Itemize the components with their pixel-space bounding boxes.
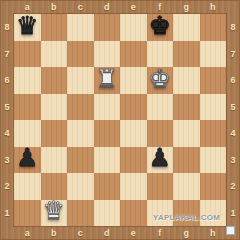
square-d4[interactable]	[94, 120, 121, 147]
piece-black-pawn[interactable]: ♟	[149, 145, 171, 171]
rank-label-5: 5	[0, 94, 14, 121]
file-labels-top: abcdefgh	[14, 0, 226, 14]
rank-label-3: 3	[226, 147, 240, 174]
square-d5[interactable]	[94, 94, 121, 121]
chess-board-frame: abcdefgh abcdefgh 87654321 87654321 ♛♚♜♚…	[0, 0, 240, 240]
square-c4[interactable]	[67, 120, 94, 147]
file-label-e: e	[120, 226, 147, 240]
file-label-c: c	[67, 226, 94, 240]
watermark-text: YAPLAKAL.COM	[153, 213, 219, 223]
square-d2[interactable]	[94, 173, 121, 200]
square-g4[interactable]	[173, 120, 200, 147]
file-label-b: b	[41, 0, 68, 14]
piece-white-rook[interactable]: ♜	[96, 66, 118, 92]
piece-black-king[interactable]: ♚	[149, 13, 171, 39]
file-label-d: d	[94, 226, 121, 240]
square-e7[interactable]	[120, 41, 147, 68]
square-d6[interactable]: ♜	[94, 67, 121, 94]
square-e6[interactable]	[120, 67, 147, 94]
piece-white-king[interactable]: ♚	[149, 66, 171, 92]
rank-label-2: 2	[226, 173, 240, 200]
rank-label-6: 6	[226, 67, 240, 94]
square-f8[interactable]: ♚	[147, 14, 174, 41]
file-label-d: d	[94, 0, 121, 14]
square-g3[interactable]	[173, 147, 200, 174]
square-e2[interactable]	[120, 173, 147, 200]
square-a2[interactable]	[14, 173, 41, 200]
square-g2[interactable]	[173, 173, 200, 200]
square-b7[interactable]	[41, 41, 68, 68]
rank-label-7: 7	[0, 41, 14, 68]
rank-label-4: 4	[226, 120, 240, 147]
square-a3[interactable]: ♟	[14, 147, 41, 174]
piece-black-pawn[interactable]: ♟	[16, 145, 38, 171]
square-g6[interactable]	[173, 67, 200, 94]
file-label-a: a	[14, 226, 41, 240]
square-c8[interactable]	[67, 14, 94, 41]
square-b1[interactable]: ♛	[41, 200, 68, 227]
square-f6[interactable]: ♚	[147, 67, 174, 94]
rank-label-2: 2	[0, 173, 14, 200]
file-label-h: h	[200, 226, 227, 240]
square-a5[interactable]	[14, 94, 41, 121]
square-h2[interactable]	[200, 173, 227, 200]
square-h3[interactable]	[200, 147, 227, 174]
square-h6[interactable]	[200, 67, 227, 94]
watermark-logo-square	[226, 226, 235, 235]
rank-label-5: 5	[226, 94, 240, 121]
file-label-h: h	[200, 0, 227, 14]
square-f2[interactable]	[147, 173, 174, 200]
square-a7[interactable]	[14, 41, 41, 68]
square-f3[interactable]: ♟	[147, 147, 174, 174]
square-b3[interactable]	[41, 147, 68, 174]
square-h4[interactable]	[200, 120, 227, 147]
rank-labels-right: 87654321	[226, 14, 240, 226]
square-b5[interactable]	[41, 94, 68, 121]
square-c1[interactable]	[67, 200, 94, 227]
square-e1[interactable]	[120, 200, 147, 227]
square-e5[interactable]	[120, 94, 147, 121]
square-d1[interactable]	[94, 200, 121, 227]
square-a8[interactable]: ♛	[14, 14, 41, 41]
file-label-c: c	[67, 0, 94, 14]
rank-label-7: 7	[226, 41, 240, 68]
square-c7[interactable]	[67, 41, 94, 68]
piece-black-queen[interactable]: ♛	[16, 13, 38, 39]
rank-label-1: 1	[226, 200, 240, 227]
file-labels-bottom: abcdefgh	[14, 226, 226, 240]
file-label-g: g	[173, 226, 200, 240]
file-label-f: f	[147, 226, 174, 240]
board-squares: ♛♚♜♚♟♟♛	[14, 14, 226, 226]
square-e3[interactable]	[120, 147, 147, 174]
square-c6[interactable]	[67, 67, 94, 94]
square-e8[interactable]	[120, 14, 147, 41]
square-d3[interactable]	[94, 147, 121, 174]
square-a1[interactable]	[14, 200, 41, 227]
square-c5[interactable]	[67, 94, 94, 121]
square-g7[interactable]	[173, 41, 200, 68]
square-g5[interactable]	[173, 94, 200, 121]
file-label-b: b	[41, 226, 68, 240]
rank-labels-left: 87654321	[0, 14, 14, 226]
rank-label-3: 3	[0, 147, 14, 174]
square-b4[interactable]	[41, 120, 68, 147]
square-b8[interactable]	[41, 14, 68, 41]
rank-label-8: 8	[0, 14, 14, 41]
square-c3[interactable]	[67, 147, 94, 174]
square-c2[interactable]	[67, 173, 94, 200]
piece-white-queen[interactable]: ♛	[43, 198, 65, 224]
square-f5[interactable]	[147, 94, 174, 121]
rank-label-1: 1	[0, 200, 14, 227]
file-label-e: e	[120, 0, 147, 14]
square-a6[interactable]	[14, 67, 41, 94]
square-h8[interactable]	[200, 14, 227, 41]
file-label-g: g	[173, 0, 200, 14]
rank-label-8: 8	[226, 14, 240, 41]
square-h5[interactable]	[200, 94, 227, 121]
square-b6[interactable]	[41, 67, 68, 94]
square-e4[interactable]	[120, 120, 147, 147]
square-d8[interactable]	[94, 14, 121, 41]
rank-label-4: 4	[0, 120, 14, 147]
square-g8[interactable]	[173, 14, 200, 41]
rank-label-6: 6	[0, 67, 14, 94]
square-h7[interactable]	[200, 41, 227, 68]
